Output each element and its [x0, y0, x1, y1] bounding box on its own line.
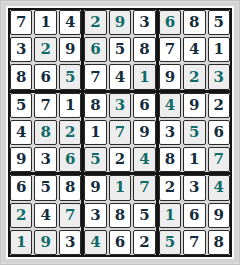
box-r2c1: 571482936 — [10, 93, 81, 173]
cell-value: 7 — [16, 15, 26, 30]
cell-r7c6[interactable]: 7 — [133, 175, 155, 200]
cell-r5c1[interactable]: 4 — [10, 120, 32, 145]
cell-r5c8[interactable]: 5 — [183, 120, 205, 145]
cell-r9c4[interactable]: 4 — [84, 230, 106, 255]
cell-r7c7[interactable]: 2 — [159, 175, 181, 200]
cell-value: 1 — [189, 152, 199, 167]
cell-value: 4 — [214, 180, 224, 195]
cell-r1c4[interactable]: 2 — [84, 10, 106, 35]
box-r1c3: 685741923 — [159, 10, 230, 90]
cell-r4c4[interactable]: 8 — [84, 93, 106, 118]
cell-r9c1[interactable]: 1 — [10, 230, 32, 255]
cell-r6c8[interactable]: 1 — [183, 147, 205, 172]
cell-r4c8[interactable]: 9 — [183, 93, 205, 118]
cell-value: 5 — [90, 152, 100, 167]
board-frame: 7143298652936587416857419235714829368361… — [6, 6, 234, 259]
cell-value: 6 — [115, 235, 125, 250]
cell-r5c4[interactable]: 1 — [84, 120, 106, 145]
cell-r8c8[interactable]: 6 — [183, 203, 205, 228]
cell-r7c9[interactable]: 4 — [208, 175, 230, 200]
cell-r2c7[interactable]: 7 — [159, 37, 181, 62]
cell-r3c7[interactable]: 9 — [159, 64, 181, 89]
cell-value: 7 — [165, 42, 175, 57]
cell-r1c1[interactable]: 7 — [10, 10, 32, 35]
cell-r7c5[interactable]: 1 — [109, 175, 131, 200]
cell-value: 8 — [165, 152, 175, 167]
cell-value: 1 — [65, 98, 75, 113]
cell-value: 7 — [65, 208, 75, 223]
cell-r6c7[interactable]: 8 — [159, 147, 181, 172]
cell-r4c1[interactable]: 5 — [10, 93, 32, 118]
cell-r9c9[interactable]: 8 — [208, 230, 230, 255]
cell-r6c5[interactable]: 2 — [109, 147, 131, 172]
box-r2c2: 836179524 — [84, 93, 155, 173]
cell-value: 1 — [165, 208, 175, 223]
cell-r1c6[interactable]: 3 — [133, 10, 155, 35]
cell-value: 7 — [214, 152, 224, 167]
cell-r3c9[interactable]: 3 — [208, 64, 230, 89]
cell-value: 9 — [139, 125, 149, 140]
cell-r2c9[interactable]: 1 — [208, 37, 230, 62]
cell-r9c8[interactable]: 7 — [183, 230, 205, 255]
cell-r3c5[interactable]: 4 — [109, 64, 131, 89]
cell-value: 6 — [16, 180, 26, 195]
cell-r8c1[interactable]: 2 — [10, 203, 32, 228]
cell-r4c6[interactable]: 6 — [133, 93, 155, 118]
cell-value: 3 — [16, 42, 26, 57]
cell-r8c3[interactable]: 7 — [59, 203, 81, 228]
cell-r8c4[interactable]: 3 — [84, 203, 106, 228]
cell-value: 3 — [40, 152, 50, 167]
cell-r5c9[interactable]: 6 — [208, 120, 230, 145]
cell-value: 6 — [139, 98, 149, 113]
cell-value: 2 — [139, 235, 149, 250]
cell-value: 1 — [139, 70, 149, 85]
cell-value: 4 — [16, 125, 26, 140]
cell-value: 5 — [16, 98, 26, 113]
cell-value: 9 — [40, 235, 50, 250]
cell-r5c3[interactable]: 2 — [59, 120, 81, 145]
cell-value: 8 — [65, 180, 75, 195]
cell-value: 6 — [40, 70, 50, 85]
cell-value: 5 — [139, 208, 149, 223]
box-r3c2: 917385462 — [84, 175, 155, 255]
cell-value: 3 — [165, 125, 175, 140]
cell-value: 2 — [40, 42, 50, 57]
cell-r7c3[interactable]: 8 — [59, 175, 81, 200]
cell-r6c3[interactable]: 6 — [59, 147, 81, 172]
cell-r4c3[interactable]: 1 — [59, 93, 81, 118]
cell-r1c7[interactable]: 6 — [159, 10, 181, 35]
cell-value: 4 — [139, 152, 149, 167]
box-r1c2: 293658741 — [84, 10, 155, 90]
cell-r7c4[interactable]: 9 — [84, 175, 106, 200]
cell-r6c9[interactable]: 7 — [208, 147, 230, 172]
cell-value: 6 — [90, 42, 100, 57]
cell-r8c5[interactable]: 8 — [109, 203, 131, 228]
cell-r2c1[interactable]: 3 — [10, 37, 32, 62]
cell-r1c2[interactable]: 1 — [34, 10, 56, 35]
cell-value: 7 — [139, 180, 149, 195]
cell-value: 8 — [115, 208, 125, 223]
cell-r9c3[interactable]: 3 — [59, 230, 81, 255]
cell-value: 9 — [214, 208, 224, 223]
cell-value: 7 — [90, 70, 100, 85]
cell-value: 9 — [165, 70, 175, 85]
box-r3c3: 234169578 — [159, 175, 230, 255]
cell-r3c2[interactable]: 6 — [34, 64, 56, 89]
cell-value: 5 — [40, 180, 50, 195]
cell-r6c6[interactable]: 4 — [133, 147, 155, 172]
cell-r7c2[interactable]: 5 — [34, 175, 56, 200]
cell-value: 5 — [65, 70, 75, 85]
cell-value: 7 — [189, 235, 199, 250]
cell-r3c3[interactable]: 5 — [59, 64, 81, 89]
cell-value: 1 — [115, 180, 125, 195]
cell-r6c1[interactable]: 9 — [10, 147, 32, 172]
cell-value: 2 — [16, 208, 26, 223]
cell-value: 3 — [65, 235, 75, 250]
cell-r4c2[interactable]: 7 — [34, 93, 56, 118]
cell-value: 9 — [65, 42, 75, 57]
cell-value: 7 — [40, 98, 50, 113]
page-frame: 7143298652936587416857419235714829368361… — [0, 0, 240, 265]
cell-value: 8 — [40, 125, 50, 140]
cell-r9c6[interactable]: 2 — [133, 230, 155, 255]
cell-r8c9[interactable]: 9 — [208, 203, 230, 228]
cell-value: 7 — [115, 125, 125, 140]
cell-value: 9 — [115, 15, 125, 30]
cell-r6c2[interactable]: 3 — [34, 147, 56, 172]
cell-value: 8 — [16, 70, 26, 85]
cell-value: 1 — [16, 235, 26, 250]
cell-r8c7[interactable]: 1 — [159, 203, 181, 228]
cell-r2c2[interactable]: 2 — [34, 37, 56, 62]
cell-r5c2[interactable]: 8 — [34, 120, 56, 145]
cell-value: 2 — [65, 125, 75, 140]
cell-r9c7[interactable]: 5 — [159, 230, 181, 255]
cell-value: 2 — [90, 15, 100, 30]
cell-value: 3 — [115, 98, 125, 113]
cell-value: 4 — [65, 15, 75, 30]
cell-value: 6 — [189, 208, 199, 223]
cell-value: 4 — [115, 70, 125, 85]
cell-r2c3[interactable]: 9 — [59, 37, 81, 62]
cell-r1c8[interactable]: 8 — [183, 10, 205, 35]
cell-value: 3 — [214, 70, 224, 85]
cell-value: 5 — [115, 42, 125, 57]
cell-r8c2[interactable]: 4 — [34, 203, 56, 228]
cell-value: 8 — [90, 98, 100, 113]
cell-value: 2 — [214, 98, 224, 113]
cell-r5c6[interactable]: 9 — [133, 120, 155, 145]
cell-r7c1[interactable]: 6 — [10, 175, 32, 200]
cell-value: 1 — [40, 15, 50, 30]
cell-r5c7[interactable]: 3 — [159, 120, 181, 145]
cell-value: 8 — [189, 15, 199, 30]
cell-value: 3 — [90, 208, 100, 223]
cell-value: 2 — [189, 70, 199, 85]
cell-value: 4 — [165, 98, 175, 113]
cell-value: 1 — [90, 125, 100, 140]
cell-r6c4[interactable]: 5 — [84, 147, 106, 172]
cell-r2c8[interactable]: 4 — [183, 37, 205, 62]
cell-value: 4 — [90, 235, 100, 250]
cell-r7c8[interactable]: 3 — [183, 175, 205, 200]
cell-value: 8 — [139, 42, 149, 57]
cell-r9c2[interactable]: 9 — [34, 230, 56, 255]
cell-value: 1 — [214, 42, 224, 57]
cell-r2c5[interactable]: 5 — [109, 37, 131, 62]
cell-value: 2 — [115, 152, 125, 167]
cell-value: 4 — [40, 208, 50, 223]
box-r1c1: 714329865 — [10, 10, 81, 90]
cell-r4c5[interactable]: 3 — [109, 93, 131, 118]
cell-r1c3[interactable]: 4 — [59, 10, 81, 35]
cell-r3c8[interactable]: 2 — [183, 64, 205, 89]
cell-r3c4[interactable]: 7 — [84, 64, 106, 89]
cell-value: 6 — [165, 15, 175, 30]
cell-r2c6[interactable]: 8 — [133, 37, 155, 62]
cell-r9c5[interactable]: 6 — [109, 230, 131, 255]
cell-r3c6[interactable]: 1 — [133, 64, 155, 89]
cell-r1c9[interactable]: 5 — [208, 10, 230, 35]
cell-r4c9[interactable]: 2 — [208, 93, 230, 118]
box-r2c3: 492356817 — [159, 93, 230, 173]
cell-value: 3 — [189, 180, 199, 195]
box-r3c1: 658247193 — [10, 175, 81, 255]
cell-value: 6 — [214, 125, 224, 140]
sudoku-board: 7143298652936587416857419235714829368361… — [8, 8, 232, 257]
cell-r1c5[interactable]: 9 — [109, 10, 131, 35]
cell-value: 6 — [65, 152, 75, 167]
cell-r5c5[interactable]: 7 — [109, 120, 131, 145]
cell-value: 5 — [189, 125, 199, 140]
cell-r8c6[interactable]: 5 — [133, 203, 155, 228]
cell-r2c4[interactable]: 6 — [84, 37, 106, 62]
cell-value: 4 — [189, 42, 199, 57]
cell-r3c1[interactable]: 8 — [10, 64, 32, 89]
cell-value: 3 — [139, 15, 149, 30]
cell-value: 8 — [214, 235, 224, 250]
cell-value: 9 — [189, 98, 199, 113]
cell-value: 5 — [214, 15, 224, 30]
cell-value: 9 — [90, 180, 100, 195]
cell-r4c7[interactable]: 4 — [159, 93, 181, 118]
cell-value: 2 — [165, 180, 175, 195]
cell-value: 5 — [165, 235, 175, 250]
cell-value: 9 — [16, 152, 26, 167]
